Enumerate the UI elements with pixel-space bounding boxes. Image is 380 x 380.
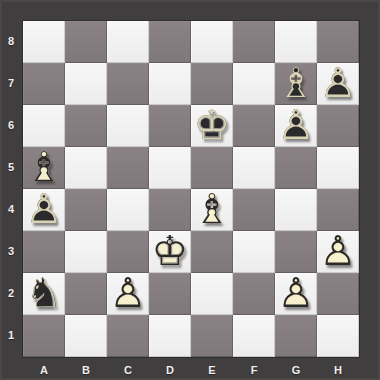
square-b8[interactable]: [65, 21, 107, 63]
piece-glyph-line: ♙: [23, 189, 65, 230]
piece-glyph-fill: ♟: [107, 273, 149, 314]
file-label-f: F: [233, 359, 275, 380]
piece-glyph-line: ♔: [149, 231, 191, 272]
piece-glyph-fill: ♞: [23, 273, 65, 314]
rank-label-3: 3: [0, 230, 22, 272]
square-d5[interactable]: [149, 147, 191, 189]
piece-black-knight[interactable]: ♞♘: [23, 273, 65, 315]
square-f6[interactable]: [233, 105, 275, 147]
square-f2[interactable]: [233, 273, 275, 315]
square-e7[interactable]: [191, 63, 233, 105]
square-d1[interactable]: [149, 315, 191, 357]
square-e4[interactable]: ♝♗: [191, 189, 233, 231]
square-g3[interactable]: [275, 231, 317, 273]
square-f5[interactable]: [233, 147, 275, 189]
piece-glyph-fill: ♝: [23, 147, 65, 188]
square-b1[interactable]: [65, 315, 107, 357]
piece-black-king[interactable]: ♚♔: [191, 105, 233, 147]
piece-glyph-line: ♗: [275, 63, 317, 104]
square-h5[interactable]: [317, 147, 359, 189]
piece-glyph-line: ♙: [107, 273, 149, 314]
square-h6[interactable]: [317, 105, 359, 147]
square-a8[interactable]: [23, 21, 65, 63]
square-g2[interactable]: ♟♙: [275, 273, 317, 315]
rank-label-2: 2: [0, 272, 22, 314]
piece-glyph-line: ♙: [275, 273, 317, 314]
square-f1[interactable]: [233, 315, 275, 357]
square-c2[interactable]: ♟♙: [107, 273, 149, 315]
square-a5[interactable]: ♝♗: [23, 147, 65, 189]
square-g8[interactable]: [275, 21, 317, 63]
file-label-d: D: [149, 359, 191, 380]
square-d4[interactable]: [149, 189, 191, 231]
square-b5[interactable]: [65, 147, 107, 189]
square-a1[interactable]: [23, 315, 65, 357]
square-h2[interactable]: [317, 273, 359, 315]
square-b7[interactable]: [65, 63, 107, 105]
piece-glyph-fill: ♟: [317, 231, 359, 272]
piece-glyph-line: ♙: [317, 231, 359, 272]
square-e5[interactable]: [191, 147, 233, 189]
square-h8[interactable]: [317, 21, 359, 63]
square-c5[interactable]: [107, 147, 149, 189]
piece-white-pawn[interactable]: ♟♙: [317, 231, 359, 273]
square-f8[interactable]: [233, 21, 275, 63]
piece-glyph-line: ♙: [317, 63, 359, 104]
square-g1[interactable]: [275, 315, 317, 357]
square-f3[interactable]: [233, 231, 275, 273]
piece-white-bishop[interactable]: ♝♗: [23, 147, 65, 189]
square-d7[interactable]: [149, 63, 191, 105]
chess-diagram: ♝♗♟♙♚♔♟♙♝♗♟♙♝♗♚♔♟♙♞♘♟♙♟♙ 87654321 ABCDEF…: [0, 0, 380, 380]
rank-label-8: 8: [0, 20, 22, 62]
piece-glyph-fill: ♝: [191, 189, 233, 230]
piece-white-king[interactable]: ♚♔: [149, 231, 191, 273]
piece-glyph-fill: ♝: [275, 63, 317, 104]
piece-glyph-fill: ♟: [275, 105, 317, 146]
square-g5[interactable]: [275, 147, 317, 189]
piece-black-pawn[interactable]: ♟♙: [317, 63, 359, 105]
square-b2[interactable]: [65, 273, 107, 315]
square-c4[interactable]: [107, 189, 149, 231]
square-c6[interactable]: [107, 105, 149, 147]
piece-glyph-fill: ♟: [317, 63, 359, 104]
piece-glyph-line: ♔: [191, 105, 233, 146]
piece-glyph-line: ♙: [275, 105, 317, 146]
square-g4[interactable]: [275, 189, 317, 231]
file-label-a: A: [23, 359, 65, 380]
square-d6[interactable]: [149, 105, 191, 147]
piece-glyph-fill: ♚: [191, 105, 233, 146]
square-d2[interactable]: [149, 273, 191, 315]
rank-label-5: 5: [0, 146, 22, 188]
piece-glyph-line: ♗: [23, 147, 65, 188]
square-e2[interactable]: [191, 273, 233, 315]
square-f4[interactable]: [233, 189, 275, 231]
piece-black-pawn[interactable]: ♟♙: [23, 189, 65, 231]
rank-label-7: 7: [0, 62, 22, 104]
piece-white-bishop[interactable]: ♝♗: [191, 189, 233, 231]
square-c7[interactable]: [107, 63, 149, 105]
square-a2[interactable]: ♞♘: [23, 273, 65, 315]
piece-black-bishop[interactable]: ♝♗: [275, 63, 317, 105]
square-d3[interactable]: ♚♔: [149, 231, 191, 273]
square-b4[interactable]: [65, 189, 107, 231]
file-label-g: G: [275, 359, 317, 380]
square-g7[interactable]: ♝♗: [275, 63, 317, 105]
file-label-b: B: [65, 359, 107, 380]
square-e8[interactable]: [191, 21, 233, 63]
square-b3[interactable]: [65, 231, 107, 273]
square-c1[interactable]: [107, 315, 149, 357]
rank-label-1: 1: [0, 314, 22, 356]
piece-white-pawn[interactable]: ♟♙: [107, 273, 149, 315]
rank-label-6: 6: [0, 104, 22, 146]
piece-glyph-fill: ♟: [23, 189, 65, 230]
file-label-e: E: [191, 359, 233, 380]
square-b6[interactable]: [65, 105, 107, 147]
piece-black-pawn[interactable]: ♟♙: [275, 105, 317, 147]
square-a3[interactable]: [23, 231, 65, 273]
square-h3[interactable]: ♟♙: [317, 231, 359, 273]
piece-glyph-line: ♘: [23, 273, 65, 314]
square-f7[interactable]: [233, 63, 275, 105]
square-e6[interactable]: ♚♔: [191, 105, 233, 147]
piece-white-pawn[interactable]: ♟♙: [275, 273, 317, 315]
square-h1[interactable]: [317, 315, 359, 357]
square-c8[interactable]: [107, 21, 149, 63]
rank-label-4: 4: [0, 188, 22, 230]
square-h4[interactable]: [317, 189, 359, 231]
piece-glyph-line: ♗: [191, 189, 233, 230]
piece-glyph-fill: ♟: [275, 273, 317, 314]
square-e3[interactable]: [191, 231, 233, 273]
square-g6[interactable]: ♟♙: [275, 105, 317, 147]
file-label-c: C: [107, 359, 149, 380]
square-a4[interactable]: ♟♙: [23, 189, 65, 231]
square-h7[interactable]: ♟♙: [317, 63, 359, 105]
piece-glyph-fill: ♚: [149, 231, 191, 272]
square-d8[interactable]: [149, 21, 191, 63]
chess-board: ♝♗♟♙♚♔♟♙♝♗♟♙♝♗♚♔♟♙♞♘♟♙♟♙: [22, 20, 360, 358]
square-c3[interactable]: [107, 231, 149, 273]
file-label-h: H: [317, 359, 359, 380]
square-a7[interactable]: [23, 63, 65, 105]
square-e1[interactable]: [191, 315, 233, 357]
square-a6[interactable]: [23, 105, 65, 147]
